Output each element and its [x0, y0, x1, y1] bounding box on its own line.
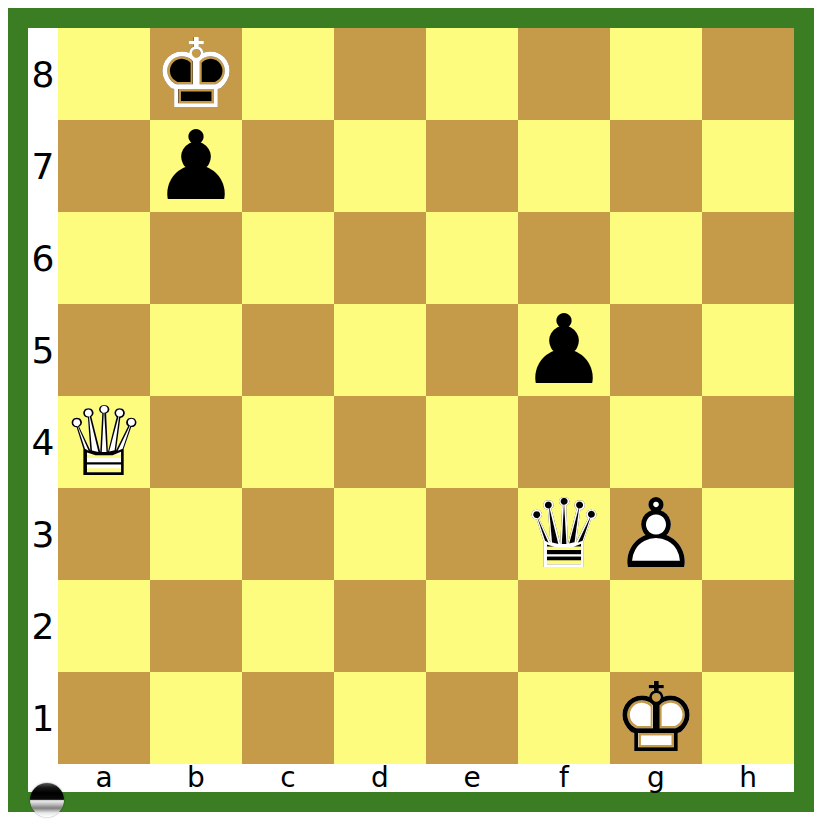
chess-board: ♚♔♟♟♛♕♛♕♟♙♚♔: [58, 28, 794, 764]
square-b5[interactable]: [150, 304, 242, 396]
square-f4[interactable]: [518, 396, 610, 488]
square-d3[interactable]: [334, 488, 426, 580]
square-e6[interactable]: [426, 212, 518, 304]
square-e2[interactable]: [426, 580, 518, 672]
board-frame: 87654321 ♚♔♟♟♛♕♛♕♟♙♚♔ abcdefgh: [8, 8, 814, 812]
square-g3[interactable]: ♟♙: [610, 488, 702, 580]
square-h1[interactable]: [702, 672, 794, 764]
white-pawn[interactable]: ♟♙: [610, 488, 702, 580]
black-pawn-detail-glyph: [150, 120, 242, 212]
square-g5[interactable]: [610, 304, 702, 396]
square-a8[interactable]: [58, 28, 150, 120]
black-king-detail-glyph: ♔: [150, 28, 242, 120]
square-b3[interactable]: [150, 488, 242, 580]
square-a2[interactable]: [58, 580, 150, 672]
square-e7[interactable]: [426, 120, 518, 212]
square-b1[interactable]: [150, 672, 242, 764]
square-c4[interactable]: [242, 396, 334, 488]
square-h2[interactable]: [702, 580, 794, 672]
square-f1[interactable]: [518, 672, 610, 764]
square-h6[interactable]: [702, 212, 794, 304]
square-e3[interactable]: [426, 488, 518, 580]
square-a4[interactable]: ♛♕: [58, 396, 150, 488]
square-h3[interactable]: [702, 488, 794, 580]
square-f5[interactable]: ♟: [518, 304, 610, 396]
file-labels: abcdefgh: [58, 764, 794, 792]
white-queen-detail-glyph: ♕: [58, 396, 150, 488]
black-pawn[interactable]: ♟: [150, 120, 242, 212]
square-e1[interactable]: [426, 672, 518, 764]
rank-label-7: 7: [28, 120, 58, 212]
square-h4[interactable]: [702, 396, 794, 488]
white-king[interactable]: ♚♔: [610, 672, 702, 764]
black-queen-detail-glyph: ♕: [518, 488, 610, 580]
white-queen[interactable]: ♛♕: [58, 396, 150, 488]
square-c1[interactable]: [242, 672, 334, 764]
square-a7[interactable]: [58, 120, 150, 212]
square-e8[interactable]: [426, 28, 518, 120]
square-h5[interactable]: [702, 304, 794, 396]
square-h7[interactable]: [702, 120, 794, 212]
rank-label-1: 1: [28, 672, 58, 764]
square-c7[interactable]: [242, 120, 334, 212]
rank-label-6: 6: [28, 212, 58, 304]
square-d4[interactable]: [334, 396, 426, 488]
square-c6[interactable]: [242, 212, 334, 304]
rank-label-8: 8: [28, 28, 58, 120]
file-label-g: g: [610, 764, 702, 792]
square-a6[interactable]: [58, 212, 150, 304]
square-b8[interactable]: ♚♔: [150, 28, 242, 120]
square-c5[interactable]: [242, 304, 334, 396]
white-pawn-detail-glyph: ♙: [610, 488, 702, 580]
square-d2[interactable]: [334, 580, 426, 672]
square-f3[interactable]: ♛♕: [518, 488, 610, 580]
square-f2[interactable]: [518, 580, 610, 672]
file-label-e: e: [426, 764, 518, 792]
rank-label-3: 3: [28, 488, 58, 580]
rank-label-4: 4: [28, 396, 58, 488]
black-king[interactable]: ♚♔: [150, 28, 242, 120]
black-queen[interactable]: ♛♕: [518, 488, 610, 580]
square-c3[interactable]: [242, 488, 334, 580]
square-f6[interactable]: [518, 212, 610, 304]
square-f8[interactable]: [518, 28, 610, 120]
rank-label-2: 2: [28, 580, 58, 672]
file-label-a: a: [58, 764, 150, 792]
black-pawn[interactable]: ♟: [518, 304, 610, 396]
square-a5[interactable]: [58, 304, 150, 396]
square-e5[interactable]: [426, 304, 518, 396]
board-inner: 87654321 ♚♔♟♟♛♕♛♕♟♙♚♔ abcdefgh: [28, 28, 794, 792]
square-g8[interactable]: [610, 28, 702, 120]
square-e4[interactable]: [426, 396, 518, 488]
file-label-h: h: [702, 764, 794, 792]
file-label-b: b: [150, 764, 242, 792]
rank-label-5: 5: [28, 304, 58, 396]
file-label-d: d: [334, 764, 426, 792]
square-f7[interactable]: [518, 120, 610, 212]
chess-diagram-page: 87654321 ♚♔♟♟♛♕♛♕♟♙♚♔ abcdefgh: [0, 0, 826, 828]
square-b6[interactable]: [150, 212, 242, 304]
square-d1[interactable]: [334, 672, 426, 764]
square-b2[interactable]: [150, 580, 242, 672]
black-to-move-indicator: [30, 783, 64, 817]
square-c8[interactable]: [242, 28, 334, 120]
black-pawn-detail-glyph: [518, 304, 610, 396]
square-c2[interactable]: [242, 580, 334, 672]
square-g7[interactable]: [610, 120, 702, 212]
file-label-c: c: [242, 764, 334, 792]
square-h8[interactable]: [702, 28, 794, 120]
square-a1[interactable]: [58, 672, 150, 764]
square-d5[interactable]: [334, 304, 426, 396]
square-g2[interactable]: [610, 580, 702, 672]
square-b4[interactable]: [150, 396, 242, 488]
square-g4[interactable]: [610, 396, 702, 488]
square-g1[interactable]: ♚♔: [610, 672, 702, 764]
square-a3[interactable]: [58, 488, 150, 580]
square-g6[interactable]: [610, 212, 702, 304]
square-b7[interactable]: ♟: [150, 120, 242, 212]
square-d7[interactable]: [334, 120, 426, 212]
rank-labels: 87654321: [28, 28, 58, 764]
file-label-f: f: [518, 764, 610, 792]
square-d8[interactable]: [334, 28, 426, 120]
white-king-detail-glyph: ♔: [610, 672, 702, 764]
square-d6[interactable]: [334, 212, 426, 304]
